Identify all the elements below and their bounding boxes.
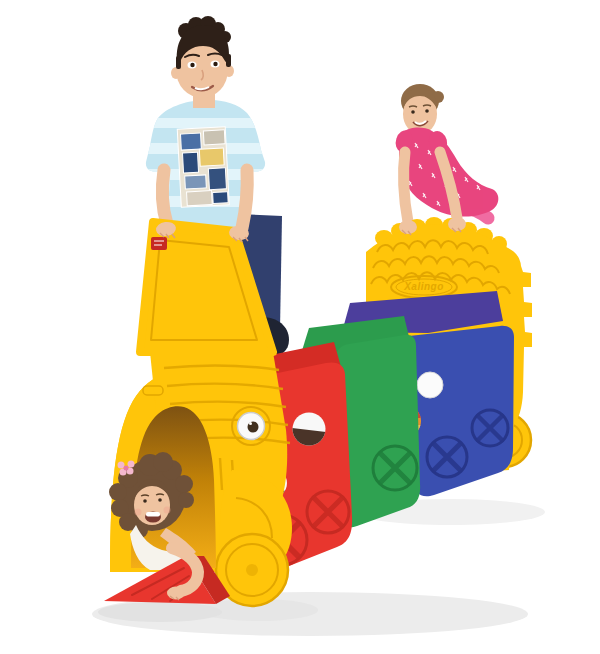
boy-eye	[213, 62, 217, 66]
blue-car-window	[417, 372, 443, 398]
girl-head	[401, 84, 444, 134]
product-photo: Xalingo	[0, 0, 600, 654]
green-car-wheel	[373, 446, 417, 490]
brand-logo-text: Xalingo	[403, 281, 444, 292]
cab-sticker	[151, 237, 167, 250]
boy-head	[171, 16, 234, 98]
boy-eye	[190, 63, 194, 67]
scene-illustration: Xalingo	[0, 0, 600, 654]
locomotive-eye-icon	[232, 407, 270, 445]
girl-leaning	[393, 84, 498, 222]
